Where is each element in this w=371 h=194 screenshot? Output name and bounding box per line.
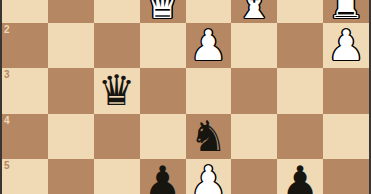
square-f1[interactable] [94, 0, 140, 23]
square-e2[interactable] [140, 23, 186, 68]
square-d1[interactable] [186, 0, 232, 23]
square-b5[interactable]: ♟ [277, 159, 323, 194]
square-c4[interactable] [231, 114, 277, 159]
square-h1[interactable] [2, 0, 48, 23]
chessboard: ♛♝♜2♟♟3♛4♞5♟♟♟ [0, 0, 371, 194]
square-h2[interactable]: 2 [2, 23, 48, 68]
square-c1[interactable]: ♝ [231, 0, 277, 23]
rank-label-4: 4 [4, 115, 10, 126]
square-c2[interactable] [231, 23, 277, 68]
square-e4[interactable] [140, 114, 186, 159]
black-knight-d4[interactable]: ♞ [190, 114, 228, 159]
square-g4[interactable] [48, 114, 94, 159]
square-g5[interactable] [48, 159, 94, 194]
square-f4[interactable] [94, 114, 140, 159]
square-a4[interactable] [323, 114, 369, 159]
square-e5[interactable]: ♟ [140, 159, 186, 194]
black-pawn-b5[interactable]: ♟ [281, 159, 319, 194]
square-h3[interactable]: 3 [2, 68, 48, 113]
square-f5[interactable] [94, 159, 140, 194]
square-h5[interactable]: 5 [2, 159, 48, 194]
white-queen-e1[interactable]: ♛ [144, 0, 182, 26]
square-e1[interactable]: ♛ [140, 0, 186, 23]
square-d2[interactable]: ♟ [186, 23, 232, 68]
rank-label-5: 5 [4, 160, 10, 171]
white-pawn-a2[interactable]: ♟ [327, 23, 365, 68]
square-a1[interactable]: ♜ [323, 0, 369, 23]
rank-label-2: 2 [4, 24, 10, 35]
square-e3[interactable] [140, 68, 186, 113]
square-b4[interactable] [277, 114, 323, 159]
black-queen-f3[interactable]: ♛ [98, 68, 136, 113]
square-a2[interactable]: ♟ [323, 23, 369, 68]
square-b3[interactable] [277, 68, 323, 113]
square-b1[interactable] [277, 0, 323, 23]
rank-label-3: 3 [4, 69, 10, 80]
square-g1[interactable] [48, 0, 94, 23]
square-d5[interactable]: ♟ [186, 159, 232, 194]
square-g3[interactable] [48, 68, 94, 113]
board-grid: ♛♝♜2♟♟3♛4♞5♟♟♟ [2, 0, 369, 194]
square-g2[interactable] [48, 23, 94, 68]
square-h4[interactable]: 4 [2, 114, 48, 159]
square-c5[interactable] [231, 159, 277, 194]
square-c3[interactable] [231, 68, 277, 113]
black-pawn-e5[interactable]: ♟ [144, 159, 182, 194]
white-bishop-c1[interactable]: ♝ [235, 0, 273, 26]
square-a5[interactable] [323, 159, 369, 194]
white-pawn-d2[interactable]: ♟ [190, 23, 228, 68]
square-b2[interactable] [277, 23, 323, 68]
white-pawn-d5[interactable]: ♟ [190, 159, 228, 194]
square-d4[interactable]: ♞ [186, 114, 232, 159]
square-f2[interactable] [94, 23, 140, 68]
square-d3[interactable] [186, 68, 232, 113]
square-f3[interactable]: ♛ [94, 68, 140, 113]
square-a3[interactable] [323, 68, 369, 113]
